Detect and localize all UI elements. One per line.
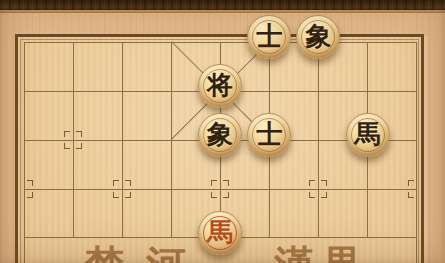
board-cell[interactable] <box>367 189 416 238</box>
board-cell[interactable] <box>73 140 122 189</box>
board-cell[interactable] <box>122 91 171 140</box>
piece-black-horse[interactable]: 馬 <box>346 113 390 157</box>
top-bar-edge-line <box>0 10 445 13</box>
board-cell[interactable] <box>73 189 122 238</box>
piece-character: 士 <box>248 16 290 58</box>
board-cell[interactable] <box>24 140 73 189</box>
board-cell[interactable] <box>24 42 73 91</box>
piece-black-advisor-1[interactable]: 士 <box>247 15 291 59</box>
board-cell[interactable] <box>367 42 416 91</box>
piece-black-advisor-2[interactable]: 士 <box>247 113 291 157</box>
board-cell[interactable] <box>318 189 367 238</box>
board-cell[interactable] <box>73 91 122 140</box>
piece-black-general[interactable]: 将 <box>198 64 242 108</box>
board-cell[interactable] <box>122 42 171 91</box>
river-text-right: 漢界 <box>274 246 370 263</box>
piece-character: 象 <box>199 114 241 156</box>
window-top-bar <box>0 0 445 10</box>
board-cell[interactable] <box>73 42 122 91</box>
xiangqi-board-screen: 楚河 漢界 士象将象士馬馬 <box>0 0 445 263</box>
piece-black-elephant-1[interactable]: 象 <box>296 15 340 59</box>
board-cell[interactable] <box>269 189 318 238</box>
river-text-left: 楚河 <box>84 246 208 263</box>
piece-character: 士 <box>248 114 290 156</box>
piece-character: 象 <box>297 16 339 58</box>
board-cell[interactable] <box>122 189 171 238</box>
board-cell[interactable] <box>24 189 73 238</box>
piece-character: 馬 <box>347 114 389 156</box>
piece-black-elephant-2[interactable]: 象 <box>198 113 242 157</box>
piece-red-horse[interactable]: 馬 <box>198 211 242 255</box>
piece-character: 将 <box>199 65 241 107</box>
piece-character: 馬 <box>199 212 241 254</box>
board-cell[interactable] <box>122 140 171 189</box>
board-cell[interactable] <box>24 91 73 140</box>
